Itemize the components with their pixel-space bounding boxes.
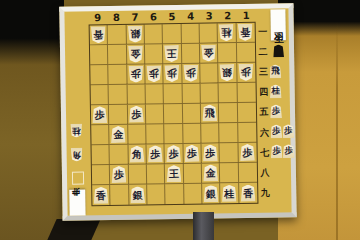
sente-hand-row: 飛	[269, 64, 281, 78]
square-8-3[interactable]	[109, 65, 128, 85]
sente-piece-金[interactable]: 金	[203, 164, 218, 181]
square-7-4[interactable]	[127, 85, 146, 105]
square-3-8[interactable]: 金	[202, 163, 221, 183]
gote-piece-歩[interactable]: 歩	[146, 65, 161, 82]
gote-piece-金[interactable]: 金	[128, 46, 143, 63]
board-stand-pole	[193, 212, 214, 240]
square-5-5[interactable]	[164, 104, 183, 124]
gote-piece-歩[interactable]: 歩	[239, 64, 254, 81]
rank-label-1: 一	[257, 22, 269, 42]
sente-piece-歩[interactable]: 歩	[184, 145, 199, 162]
board-stand-foot	[47, 219, 100, 240]
demo-board-panel: 中井 987654321 香銀桂香金王金歩歩歩歩銀歩歩歩飛金角歩歩歩歩歩歩王金香…	[59, 3, 296, 221]
square-5-7[interactable]: 歩	[165, 144, 184, 164]
sente-piece-飛[interactable]: 飛	[202, 104, 217, 121]
file-label-2: 2	[218, 9, 237, 22]
square-5-2[interactable]: 王	[163, 44, 182, 64]
square-3-2[interactable]: 金	[200, 43, 219, 63]
sente-marker-icon	[273, 44, 284, 57]
sente-hand-piece-歩[interactable]: 歩	[270, 104, 282, 118]
square-6-1[interactable]	[145, 24, 164, 44]
square-6-7[interactable]: 歩	[147, 144, 166, 164]
square-3-9[interactable]: 銀	[202, 183, 221, 203]
gote-piece-金[interactable]: 金	[201, 44, 216, 61]
photo-scene: 中井 987654321 香銀桂香金王金歩歩歩歩銀歩歩歩飛金角歩歩歩歩歩歩王金香…	[0, 0, 360, 240]
square-8-7[interactable]	[110, 145, 129, 165]
sente-piece-香[interactable]: 香	[240, 184, 255, 201]
rank-label-2: 二	[257, 42, 269, 62]
square-5-6[interactable]	[165, 124, 184, 144]
square-8-5[interactable]	[109, 105, 128, 125]
square-2-7[interactable]	[220, 143, 239, 163]
sente-hand-row: 歩歩	[270, 124, 294, 138]
sente-hand-row: 歩歩	[271, 144, 295, 158]
gote-piece-香[interactable]: 香	[91, 26, 106, 43]
square-4-1[interactable]	[181, 24, 200, 44]
square-6-3[interactable]: 歩	[145, 64, 164, 84]
square-4-3[interactable]: 歩	[182, 64, 201, 84]
square-3-3[interactable]	[200, 63, 219, 83]
gote-piece-銀[interactable]: 銀	[220, 64, 235, 81]
square-6-9[interactable]	[147, 184, 166, 204]
square-6-2[interactable]	[145, 44, 164, 64]
file-label-1: 1	[237, 9, 256, 22]
square-5-9[interactable]	[165, 184, 184, 204]
square-9-1[interactable]: 香	[90, 25, 109, 45]
gote-hand-piece-桂[interactable]: 桂	[70, 124, 82, 138]
square-1-8[interactable]	[238, 163, 257, 183]
square-9-2[interactable]	[90, 45, 109, 65]
square-3-7[interactable]: 歩	[201, 143, 220, 163]
sente-piece-歩[interactable]: 歩	[129, 106, 144, 123]
board-grid: 香銀桂香金王金歩歩歩歩銀歩歩歩飛金角歩歩歩歩歩歩王金香銀銀桂香	[89, 22, 259, 207]
sente-piece-銀[interactable]: 銀	[130, 186, 145, 203]
sente-hand-row: 桂	[270, 84, 282, 98]
sente-hand-piece-桂[interactable]: 桂	[270, 84, 282, 98]
square-9-3[interactable]	[90, 65, 109, 85]
rank-label-8: 八	[259, 163, 271, 183]
square-7-6[interactable]	[128, 125, 147, 145]
gote-piece-歩[interactable]: 歩	[183, 65, 198, 82]
square-3-5[interactable]: 飛	[201, 103, 220, 123]
square-7-2[interactable]: 金	[127, 45, 146, 65]
file-label-9: 9	[88, 11, 107, 24]
square-2-1[interactable]: 桂	[218, 23, 237, 43]
square-9-6[interactable]	[91, 125, 110, 145]
square-8-6[interactable]: 金	[110, 125, 129, 145]
gote-hand-piece-角[interactable]: 角	[71, 148, 83, 162]
screen-fold-line	[336, 22, 338, 240]
square-5-4[interactable]	[164, 84, 183, 104]
sente-piece-王[interactable]: 王	[166, 165, 181, 182]
square-1-3[interactable]: 歩	[237, 63, 256, 83]
sente-piece-金[interactable]: 金	[111, 126, 126, 143]
square-1-2[interactable]	[237, 43, 256, 63]
sente-piece-歩[interactable]: 歩	[148, 145, 163, 162]
gote-piece-桂[interactable]: 桂	[219, 24, 234, 41]
empty-piece-slot	[72, 171, 84, 184]
square-9-8[interactable]	[92, 165, 111, 185]
square-9-5[interactable]: 歩	[91, 105, 110, 125]
sente-hand-piece-飛[interactable]: 飛	[269, 64, 281, 78]
square-6-8[interactable]	[147, 164, 166, 184]
backdrop-left-wall	[0, 0, 64, 240]
square-4-4[interactable]	[182, 84, 201, 104]
square-7-9[interactable]: 銀	[129, 184, 148, 204]
sente-piece-角[interactable]: 角	[129, 146, 144, 163]
square-4-2[interactable]	[182, 44, 201, 64]
square-3-1[interactable]	[200, 23, 219, 43]
square-3-6[interactable]	[201, 123, 220, 143]
square-8-8[interactable]: 歩	[110, 165, 129, 185]
sente-piece-歩[interactable]: 歩	[111, 166, 126, 183]
square-5-3[interactable]: 歩	[164, 64, 183, 84]
square-7-3[interactable]: 歩	[127, 65, 146, 85]
square-2-9[interactable]: 桂	[220, 183, 239, 203]
square-1-4[interactable]	[237, 83, 256, 103]
file-label-7: 7	[126, 11, 145, 24]
file-label-6: 6	[144, 10, 163, 23]
square-8-2[interactable]	[108, 45, 127, 65]
sente-piece-歩[interactable]: 歩	[166, 145, 181, 162]
square-1-1[interactable]: 香	[236, 23, 255, 43]
sente-piece-歩[interactable]: 歩	[92, 106, 107, 123]
sente-piece-歩[interactable]: 歩	[240, 144, 255, 161]
square-4-7[interactable]: 歩	[183, 144, 202, 164]
square-9-7[interactable]	[92, 145, 111, 165]
sente-piece-銀[interactable]: 銀	[203, 185, 218, 202]
sente-piece-歩[interactable]: 歩	[203, 144, 218, 161]
rank-label-6: 六	[258, 123, 270, 143]
sente-hand-piece-歩[interactable]: 歩	[283, 144, 295, 158]
square-8-1[interactable]	[108, 25, 127, 45]
square-7-5[interactable]: 歩	[128, 105, 147, 125]
square-1-6[interactable]	[238, 123, 257, 143]
square-1-9[interactable]: 香	[239, 183, 258, 203]
gote-nameplate: 中井	[69, 189, 85, 215]
square-3-4[interactable]	[201, 83, 220, 103]
gote-piece-銀[interactable]: 銀	[127, 26, 142, 43]
sente-hand-piece-歩[interactable]: 歩	[270, 124, 282, 138]
file-label-4: 4	[181, 10, 200, 23]
rank-label-5: 五	[258, 102, 270, 122]
square-2-4[interactable]	[219, 83, 238, 103]
square-2-3[interactable]: 銀	[219, 63, 238, 83]
square-7-8[interactable]	[128, 164, 147, 184]
file-label-3: 3	[200, 9, 219, 22]
square-4-5[interactable]	[183, 104, 202, 124]
gote-piece-香[interactable]: 香	[238, 24, 253, 41]
sente-hand-piece-歩[interactable]: 歩	[282, 124, 294, 138]
rank-label-4: 四	[258, 82, 270, 102]
square-4-9[interactable]	[184, 184, 203, 204]
square-6-6[interactable]	[146, 124, 165, 144]
square-8-9[interactable]	[110, 185, 129, 205]
sente-piece-香[interactable]: 香	[93, 187, 108, 204]
sente-hand-piece-歩[interactable]: 歩	[271, 144, 283, 158]
sente-hand-row: 歩	[270, 104, 282, 118]
rank-label-7: 七	[258, 143, 270, 163]
gote-piece-歩[interactable]: 歩	[165, 65, 180, 82]
square-2-6[interactable]	[220, 123, 239, 143]
square-2-5[interactable]	[219, 103, 238, 123]
square-2-2[interactable]	[218, 43, 237, 63]
square-6-4[interactable]	[146, 84, 165, 104]
square-7-1[interactable]: 銀	[126, 25, 145, 45]
file-label-8: 8	[107, 11, 126, 24]
rank-label-3: 三	[257, 62, 269, 82]
square-1-5[interactable]	[238, 103, 257, 123]
square-1-7[interactable]: 歩	[238, 143, 257, 163]
square-4-8[interactable]	[183, 164, 202, 184]
square-9-9[interactable]: 香	[92, 185, 111, 205]
square-5-1[interactable]	[163, 24, 182, 44]
gote-piece-王[interactable]: 王	[164, 45, 179, 62]
sente-nameplate: 羽生	[270, 9, 285, 40]
gote-piece-歩[interactable]: 歩	[128, 66, 143, 83]
square-5-8[interactable]: 王	[165, 164, 184, 184]
square-4-6[interactable]	[183, 124, 202, 144]
square-6-5[interactable]	[146, 104, 165, 124]
square-8-4[interactable]	[109, 85, 128, 105]
square-2-8[interactable]	[220, 163, 239, 183]
square-7-7[interactable]: 角	[128, 144, 147, 164]
rank-label-9: 九	[259, 183, 271, 203]
sente-piece-桂[interactable]: 桂	[222, 185, 237, 202]
file-label-5: 5	[163, 10, 182, 23]
square-9-4[interactable]	[91, 85, 110, 105]
